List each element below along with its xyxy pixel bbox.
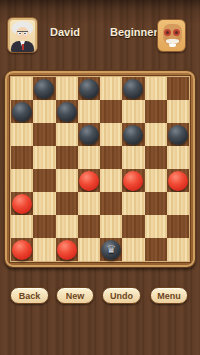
square-r6c4[interactable] <box>100 215 122 238</box>
black-checker[interactable] <box>79 79 99 99</box>
square-r2c3[interactable] <box>78 123 100 146</box>
square-r6c0[interactable] <box>11 215 33 238</box>
player-name: David <box>50 26 80 38</box>
undo-button[interactable]: Undo <box>102 287 141 304</box>
difficulty-level: Beginner <box>110 26 158 38</box>
player-avatar[interactable] <box>7 17 38 53</box>
opponent-goggle-right <box>173 29 180 36</box>
square-r0c0[interactable] <box>11 77 33 100</box>
black-checker-king[interactable]: ♛ <box>101 240 121 260</box>
checkers-app: David Beginner ♛ Back New Undo Menu <box>0 0 200 355</box>
square-r6c1[interactable] <box>33 215 55 238</box>
square-r2c5[interactable] <box>122 123 144 146</box>
red-checker[interactable] <box>168 171 188 191</box>
square-r5c3[interactable] <box>78 192 100 215</box>
red-checker[interactable] <box>57 240 77 260</box>
square-r4c1[interactable] <box>33 169 55 192</box>
square-r5c7[interactable] <box>167 192 189 215</box>
square-r4c4[interactable] <box>100 169 122 192</box>
square-r3c3[interactable] <box>78 146 100 169</box>
square-r0c2[interactable] <box>56 77 78 100</box>
square-r0c6[interactable] <box>145 77 167 100</box>
square-r4c5[interactable] <box>122 169 144 192</box>
square-r5c0[interactable] <box>11 192 33 215</box>
square-r4c3[interactable] <box>78 169 100 192</box>
square-r1c5[interactable] <box>122 100 144 123</box>
avatar-tie <box>22 44 24 50</box>
button-bar: Back New Undo Menu <box>0 287 200 305</box>
red-checker[interactable] <box>12 194 32 214</box>
square-r6c7[interactable] <box>167 215 189 238</box>
black-checker[interactable] <box>123 79 143 99</box>
red-checker[interactable] <box>79 171 99 191</box>
menu-button[interactable]: Menu <box>150 287 188 304</box>
square-r4c0[interactable] <box>11 169 33 192</box>
black-checker[interactable] <box>123 125 143 145</box>
header: David Beginner <box>0 0 200 64</box>
square-r0c5[interactable] <box>122 77 144 100</box>
square-r4c6[interactable] <box>145 169 167 192</box>
square-r4c2[interactable] <box>56 169 78 192</box>
square-r2c1[interactable] <box>33 123 55 146</box>
black-checker[interactable] <box>34 79 54 99</box>
square-r1c7[interactable] <box>167 100 189 123</box>
square-r2c7[interactable] <box>167 123 189 146</box>
square-r3c4[interactable] <box>100 146 122 169</box>
square-r7c6[interactable] <box>145 238 167 261</box>
square-r1c0[interactable] <box>11 100 33 123</box>
square-r2c2[interactable] <box>56 123 78 146</box>
square-r7c5[interactable] <box>122 238 144 261</box>
square-r5c2[interactable] <box>56 192 78 215</box>
square-r1c2[interactable] <box>56 100 78 123</box>
square-r3c2[interactable] <box>56 146 78 169</box>
square-r2c6[interactable] <box>145 123 167 146</box>
opponent-avatar[interactable] <box>157 19 186 52</box>
avatar-glasses <box>17 31 28 35</box>
square-r7c7[interactable] <box>167 238 189 261</box>
square-r0c7[interactable] <box>167 77 189 100</box>
square-r6c5[interactable] <box>122 215 144 238</box>
red-checker[interactable] <box>12 240 32 260</box>
square-r5c5[interactable] <box>122 192 144 215</box>
square-r3c1[interactable] <box>33 146 55 169</box>
opponent-mouth <box>169 44 176 47</box>
square-r4c7[interactable] <box>167 169 189 192</box>
square-r3c6[interactable] <box>145 146 167 169</box>
square-r5c6[interactable] <box>145 192 167 215</box>
square-r0c4[interactable] <box>100 77 122 100</box>
black-checker[interactable] <box>12 102 32 122</box>
square-r5c4[interactable] <box>100 192 122 215</box>
square-r6c2[interactable] <box>56 215 78 238</box>
square-r7c2[interactable] <box>56 238 78 261</box>
square-r7c0[interactable] <box>11 238 33 261</box>
square-r7c3[interactable] <box>78 238 100 261</box>
square-r7c4[interactable]: ♛ <box>100 238 122 261</box>
back-button[interactable]: Back <box>10 287 49 304</box>
red-checker[interactable] <box>123 171 143 191</box>
opponent-goggle-left <box>164 29 171 36</box>
square-r5c1[interactable] <box>33 192 55 215</box>
square-r1c6[interactable] <box>145 100 167 123</box>
black-checker[interactable] <box>168 125 188 145</box>
square-r1c3[interactable] <box>78 100 100 123</box>
new-button[interactable]: New <box>56 287 94 304</box>
square-r1c4[interactable] <box>100 100 122 123</box>
square-r0c1[interactable] <box>33 77 55 100</box>
square-r3c7[interactable] <box>167 146 189 169</box>
board-frame: ♛ <box>4 70 196 268</box>
black-checker[interactable] <box>57 102 77 122</box>
square-r2c4[interactable] <box>100 123 122 146</box>
square-r3c0[interactable] <box>11 146 33 169</box>
square-r0c3[interactable] <box>78 77 100 100</box>
square-r7c1[interactable] <box>33 238 55 261</box>
square-r2c0[interactable] <box>11 123 33 146</box>
board-grid: ♛ <box>10 76 190 262</box>
square-r1c1[interactable] <box>33 100 55 123</box>
square-r6c6[interactable] <box>145 215 167 238</box>
black-checker[interactable] <box>79 125 99 145</box>
square-r6c3[interactable] <box>78 215 100 238</box>
square-r3c5[interactable] <box>122 146 144 169</box>
